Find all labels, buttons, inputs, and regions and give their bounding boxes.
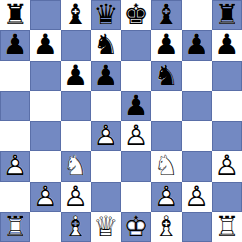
square-c2[interactable]: ♟︎♙ <box>61 182 91 212</box>
piece-underlay: ♟︎ <box>182 182 212 212</box>
black-pawn: ♟︎ <box>151 30 181 60</box>
black-rook: ♜ <box>0 0 30 30</box>
white-knight: ♘ <box>151 151 181 181</box>
square-c6[interactable]: ♙♟︎ <box>61 61 91 91</box>
square-c8[interactable]: ♗♝ <box>61 0 91 30</box>
square-e5[interactable]: ♙♟︎ <box>121 91 151 121</box>
piece-underlay: ♛ <box>91 212 121 242</box>
piece-underlay: ♙ <box>121 91 151 121</box>
square-b8[interactable] <box>30 0 60 30</box>
white-pawn: ♙ <box>121 121 151 151</box>
square-f4[interactable] <box>151 121 181 151</box>
piece-underlay: ♙ <box>91 61 121 91</box>
white-pawn: ♙ <box>182 182 212 212</box>
piece-underlay: ♕ <box>91 0 121 30</box>
piece-underlay: ♙ <box>0 30 30 60</box>
piece-underlay: ♙ <box>151 30 181 60</box>
piece-underlay: ♗ <box>61 0 91 30</box>
square-e8[interactable]: ♔♚ <box>121 0 151 30</box>
square-h1[interactable]: ♜♖ <box>212 212 242 242</box>
square-c3[interactable]: ♞♘ <box>61 151 91 181</box>
square-h2[interactable] <box>212 182 242 212</box>
piece-underlay: ♜ <box>212 212 242 242</box>
piece-underlay: ♖ <box>212 0 242 30</box>
square-d3[interactable] <box>91 151 121 181</box>
square-e7[interactable] <box>121 30 151 60</box>
white-pawn: ♙ <box>30 182 60 212</box>
piece-underlay: ♙ <box>61 61 91 91</box>
black-knight: ♞ <box>151 61 181 91</box>
square-b3[interactable] <box>30 151 60 181</box>
square-g4[interactable] <box>182 121 212 151</box>
white-rook: ♖ <box>212 212 242 242</box>
piece-underlay: ♙ <box>212 30 242 60</box>
square-g6[interactable] <box>182 61 212 91</box>
square-e4[interactable]: ♟︎♙ <box>121 121 151 151</box>
square-g1[interactable] <box>182 212 212 242</box>
square-g3[interactable] <box>182 151 212 181</box>
piece-underlay: ♞ <box>151 151 181 181</box>
square-a4[interactable] <box>0 121 30 151</box>
square-a3[interactable]: ♟︎♙ <box>0 151 30 181</box>
piece-underlay: ♟︎ <box>61 182 91 212</box>
square-d2[interactable] <box>91 182 121 212</box>
square-b6[interactable] <box>30 61 60 91</box>
square-e3[interactable] <box>121 151 151 181</box>
black-queen: ♛ <box>91 0 121 30</box>
piece-underlay: ♔ <box>121 0 151 30</box>
piece-underlay: ♟︎ <box>121 121 151 151</box>
square-c4[interactable] <box>61 121 91 151</box>
square-b1[interactable] <box>30 212 60 242</box>
square-f7[interactable]: ♙♟︎ <box>151 30 181 60</box>
square-f8[interactable]: ♗♝ <box>151 0 181 30</box>
piece-underlay: ♜ <box>0 212 30 242</box>
square-h5[interactable] <box>212 91 242 121</box>
white-pawn: ♙ <box>61 182 91 212</box>
black-pawn: ♟︎ <box>91 61 121 91</box>
white-knight: ♘ <box>61 151 91 181</box>
black-king: ♚ <box>121 0 151 30</box>
square-e1[interactable]: ♚♔ <box>121 212 151 242</box>
black-rook: ♜ <box>212 0 242 30</box>
square-d5[interactable] <box>91 91 121 121</box>
square-d7[interactable]: ♘♞ <box>91 30 121 60</box>
square-f3[interactable]: ♞♘ <box>151 151 181 181</box>
piece-underlay: ♙ <box>30 30 60 60</box>
square-g8[interactable] <box>182 0 212 30</box>
square-b2[interactable]: ♟︎♙ <box>30 182 60 212</box>
black-bishop: ♝ <box>151 0 181 30</box>
white-pawn: ♙ <box>151 182 181 212</box>
white-pawn: ♙ <box>212 151 242 181</box>
square-b7[interactable]: ♙♟︎ <box>30 30 60 60</box>
square-h3[interactable]: ♟︎♙ <box>212 151 242 181</box>
square-f1[interactable]: ♝♗ <box>151 212 181 242</box>
square-h8[interactable]: ♖♜ <box>212 0 242 30</box>
square-h6[interactable] <box>212 61 242 91</box>
black-pawn: ♟︎ <box>212 30 242 60</box>
square-g5[interactable] <box>182 91 212 121</box>
white-bishop: ♗ <box>151 212 181 242</box>
square-g7[interactable]: ♙♟︎ <box>182 30 212 60</box>
black-pawn: ♟︎ <box>182 30 212 60</box>
black-pawn: ♟︎ <box>0 30 30 60</box>
piece-underlay: ♟︎ <box>91 121 121 151</box>
piece-underlay: ♟︎ <box>30 182 60 212</box>
black-pawn: ♟︎ <box>61 61 91 91</box>
square-d1[interactable]: ♛♕ <box>91 212 121 242</box>
square-a5[interactable] <box>0 91 30 121</box>
piece-underlay: ♟︎ <box>0 151 30 181</box>
square-e6[interactable] <box>121 61 151 91</box>
square-d8[interactable]: ♕♛ <box>91 0 121 30</box>
square-f2[interactable]: ♟︎♙ <box>151 182 181 212</box>
square-a8[interactable]: ♖♜ <box>0 0 30 30</box>
black-bishop: ♝ <box>61 0 91 30</box>
square-h4[interactable] <box>212 121 242 151</box>
piece-underlay: ♘ <box>151 61 181 91</box>
square-f6[interactable]: ♘♞ <box>151 61 181 91</box>
white-bishop: ♗ <box>61 212 91 242</box>
white-queen: ♕ <box>91 212 121 242</box>
square-b5[interactable] <box>30 91 60 121</box>
piece-underlay: ♞ <box>61 151 91 181</box>
white-pawn: ♙ <box>91 121 121 151</box>
piece-underlay: ♟︎ <box>151 182 181 212</box>
square-e2[interactable] <box>121 182 151 212</box>
piece-underlay: ♝ <box>61 212 91 242</box>
square-c7[interactable] <box>61 30 91 60</box>
piece-underlay: ♚ <box>121 212 151 242</box>
black-pawn: ♟︎ <box>121 91 151 121</box>
piece-underlay: ♟︎ <box>212 151 242 181</box>
black-knight: ♞ <box>91 30 121 60</box>
black-pawn: ♟︎ <box>30 30 60 60</box>
square-d4[interactable]: ♟︎♙ <box>91 121 121 151</box>
square-b4[interactable] <box>30 121 60 151</box>
piece-underlay: ♙ <box>182 30 212 60</box>
square-h7[interactable]: ♙♟︎ <box>212 30 242 60</box>
white-king: ♔ <box>121 212 151 242</box>
square-a6[interactable] <box>0 61 30 91</box>
square-g2[interactable]: ♟︎♙ <box>182 182 212 212</box>
chess-board: ♖♜ ♗♝ ♕♛ ♔♚ ♗♝ ♖♜ ♙♟︎ ♙♟︎ ♘♞ ♙♟︎ ♙♟︎ ♙♟︎… <box>0 0 242 242</box>
square-c5[interactable] <box>61 91 91 121</box>
piece-underlay: ♝ <box>151 212 181 242</box>
square-a2[interactable] <box>0 182 30 212</box>
square-a1[interactable]: ♜♖ <box>0 212 30 242</box>
square-a7[interactable]: ♙♟︎ <box>0 30 30 60</box>
white-pawn: ♙ <box>0 151 30 181</box>
square-c1[interactable]: ♝♗ <box>61 212 91 242</box>
white-rook: ♖ <box>0 212 30 242</box>
square-f5[interactable] <box>151 91 181 121</box>
piece-underlay: ♖ <box>0 0 30 30</box>
square-d6[interactable]: ♙♟︎ <box>91 61 121 91</box>
piece-underlay: ♗ <box>151 0 181 30</box>
piece-underlay: ♘ <box>91 30 121 60</box>
